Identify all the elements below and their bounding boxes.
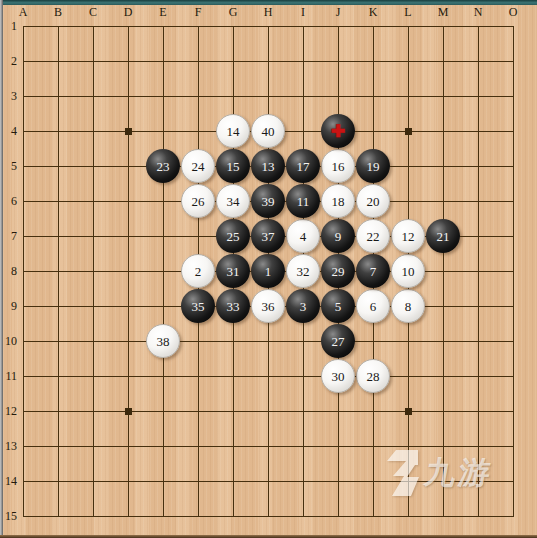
stone-white-l9: 8 bbox=[391, 289, 425, 323]
last-move-red-cross-icon: ✚ bbox=[331, 123, 345, 140]
stone-black-i5: 17 bbox=[286, 149, 320, 183]
stone-white-k9: 6 bbox=[356, 289, 390, 323]
stone-white-j5: 16 bbox=[321, 149, 355, 183]
move-number: 17 bbox=[297, 160, 310, 173]
row-label-1: 1 bbox=[0, 19, 17, 33]
column-label-k: K bbox=[363, 5, 383, 20]
move-number: 21 bbox=[437, 230, 450, 243]
move-number: 14 bbox=[227, 125, 240, 138]
move-number: 37 bbox=[262, 230, 275, 243]
stone-black-e5: 23 bbox=[146, 149, 180, 183]
star-point-l12 bbox=[405, 408, 412, 415]
move-number: 11 bbox=[297, 195, 310, 208]
stone-black-k5: 19 bbox=[356, 149, 390, 183]
column-label-j: J bbox=[328, 5, 348, 20]
star-point-d12 bbox=[125, 408, 132, 415]
row-label-11: 11 bbox=[0, 369, 17, 383]
move-number: 5 bbox=[335, 300, 342, 313]
row-label-4: 4 bbox=[0, 124, 17, 138]
move-number: 1 bbox=[265, 265, 272, 278]
column-label-h: H bbox=[258, 5, 278, 20]
column-label-l: L bbox=[398, 5, 418, 20]
stone-white-h9: 36 bbox=[251, 289, 285, 323]
move-number: 24 bbox=[192, 160, 205, 173]
grid-line-vertical bbox=[478, 26, 479, 517]
column-label-f: F bbox=[188, 5, 208, 20]
grid-line-horizontal bbox=[23, 376, 514, 377]
move-number: 35 bbox=[192, 300, 205, 313]
stone-black-h5: 13 bbox=[251, 149, 285, 183]
column-label-b: B bbox=[48, 5, 68, 20]
grid-line-horizontal bbox=[23, 411, 514, 412]
row-label-8: 8 bbox=[0, 264, 17, 278]
move-number: 28 bbox=[367, 370, 380, 383]
grid-line-horizontal bbox=[23, 341, 514, 342]
stone-white-k6: 20 bbox=[356, 184, 390, 218]
stone-white-i7: 4 bbox=[286, 219, 320, 253]
stone-white-f8: 2 bbox=[181, 254, 215, 288]
stone-white-l7: 12 bbox=[391, 219, 425, 253]
stone-black-g8: 31 bbox=[216, 254, 250, 288]
move-number: 22 bbox=[367, 230, 380, 243]
move-number: 3 bbox=[300, 300, 307, 313]
column-label-d: D bbox=[118, 5, 138, 20]
row-label-7: 7 bbox=[0, 229, 17, 243]
stone-black-j4: ✚ bbox=[321, 114, 355, 148]
grid-line-horizontal bbox=[23, 516, 514, 517]
column-label-m: M bbox=[433, 5, 453, 20]
stone-black-j10: 27 bbox=[321, 324, 355, 358]
stone-black-g7: 25 bbox=[216, 219, 250, 253]
row-label-6: 6 bbox=[0, 194, 17, 208]
move-number: 31 bbox=[227, 265, 240, 278]
stone-white-k7: 22 bbox=[356, 219, 390, 253]
stone-black-m7: 21 bbox=[426, 219, 460, 253]
star-point-l4 bbox=[405, 128, 412, 135]
grid-line-vertical bbox=[513, 26, 514, 517]
grid-line-vertical bbox=[443, 26, 444, 517]
move-number: 9 bbox=[335, 230, 342, 243]
row-label-5: 5 bbox=[0, 159, 17, 173]
stone-white-h4: 40 bbox=[251, 114, 285, 148]
stone-white-k11: 28 bbox=[356, 359, 390, 393]
gomoku-board-screenshot: ABCDEFGHIJKLMNO 123456789101112131415 12… bbox=[0, 0, 537, 538]
row-label-2: 2 bbox=[0, 54, 17, 68]
move-number: 19 bbox=[367, 160, 380, 173]
move-number: 13 bbox=[262, 160, 275, 173]
move-number: 23 bbox=[157, 160, 170, 173]
column-label-i: I bbox=[293, 5, 313, 20]
row-label-10: 10 bbox=[0, 334, 17, 348]
row-label-14: 14 bbox=[0, 474, 17, 488]
star-point-d4 bbox=[125, 128, 132, 135]
stone-black-j9: 5 bbox=[321, 289, 355, 323]
move-number: 33 bbox=[227, 300, 240, 313]
move-number: 26 bbox=[192, 195, 205, 208]
column-label-c: C bbox=[83, 5, 103, 20]
move-number: 4 bbox=[300, 230, 307, 243]
stone-white-j11: 30 bbox=[321, 359, 355, 393]
move-number: 30 bbox=[332, 370, 345, 383]
move-number: 2 bbox=[195, 265, 202, 278]
stone-white-e10: 38 bbox=[146, 324, 180, 358]
row-label-3: 3 bbox=[0, 89, 17, 103]
stone-black-j8: 29 bbox=[321, 254, 355, 288]
move-number: 8 bbox=[405, 300, 412, 313]
move-number: 25 bbox=[227, 230, 240, 243]
row-label-9: 9 bbox=[0, 299, 17, 313]
stone-white-i8: 32 bbox=[286, 254, 320, 288]
stone-black-k8: 7 bbox=[356, 254, 390, 288]
stone-white-j6: 18 bbox=[321, 184, 355, 218]
move-number: 16 bbox=[332, 160, 345, 173]
move-number: 40 bbox=[262, 125, 275, 138]
stone-black-h8: 1 bbox=[251, 254, 285, 288]
stone-black-i9: 3 bbox=[286, 289, 320, 323]
stone-black-j7: 9 bbox=[321, 219, 355, 253]
move-number: 10 bbox=[402, 265, 415, 278]
stone-black-g5: 15 bbox=[216, 149, 250, 183]
stone-white-g6: 34 bbox=[216, 184, 250, 218]
move-number: 32 bbox=[297, 265, 310, 278]
move-number: 34 bbox=[227, 195, 240, 208]
row-label-12: 12 bbox=[0, 404, 17, 418]
move-number: 27 bbox=[332, 335, 345, 348]
column-label-g: G bbox=[223, 5, 243, 20]
stone-black-h6: 39 bbox=[251, 184, 285, 218]
move-number: 12 bbox=[402, 230, 415, 243]
row-label-13: 13 bbox=[0, 439, 17, 453]
column-label-n: N bbox=[468, 5, 488, 20]
move-number: 7 bbox=[370, 265, 377, 278]
stone-black-h7: 37 bbox=[251, 219, 285, 253]
move-number: 18 bbox=[332, 195, 345, 208]
move-number: 39 bbox=[262, 195, 275, 208]
stone-white-f5: 24 bbox=[181, 149, 215, 183]
move-number: 20 bbox=[367, 195, 380, 208]
grid-line-horizontal bbox=[23, 481, 514, 482]
move-number: 38 bbox=[157, 335, 170, 348]
stone-black-i6: 11 bbox=[286, 184, 320, 218]
stone-white-g4: 14 bbox=[216, 114, 250, 148]
move-number: 29 bbox=[332, 265, 345, 278]
stone-black-g9: 33 bbox=[216, 289, 250, 323]
move-number: 6 bbox=[370, 300, 377, 313]
column-label-e: E bbox=[153, 5, 173, 20]
stone-black-f9: 35 bbox=[181, 289, 215, 323]
stone-white-l8: 10 bbox=[391, 254, 425, 288]
grid-line-horizontal bbox=[23, 446, 514, 447]
move-number: 36 bbox=[262, 300, 275, 313]
move-number: 15 bbox=[227, 160, 240, 173]
column-label-o: O bbox=[503, 5, 523, 20]
row-label-15: 15 bbox=[0, 509, 17, 523]
stone-white-f6: 26 bbox=[181, 184, 215, 218]
column-label-a: A bbox=[13, 5, 33, 20]
